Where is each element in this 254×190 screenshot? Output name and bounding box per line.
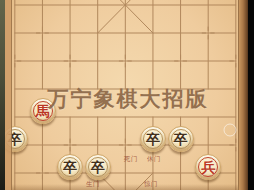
intersection[interactable] — [29, 19, 57, 47]
intersection[interactable] — [84, 47, 112, 75]
intersection[interactable] — [29, 131, 57, 159]
gate-label: 休门 — [147, 155, 161, 164]
intersection[interactable] — [139, 47, 167, 75]
piece-character: 兵 — [201, 160, 215, 174]
intersection[interactable] — [167, 0, 195, 19]
highlight-ring — [224, 124, 237, 137]
intersection[interactable] — [29, 47, 57, 75]
intersection[interactable] — [56, 47, 84, 75]
right-letterbox-strip — [248, 0, 254, 190]
intersection[interactable] — [195, 19, 223, 47]
piece-black-soldier[interactable]: 卒 — [57, 154, 83, 180]
intersection[interactable] — [112, 47, 140, 75]
intersection[interactable] — [112, 0, 140, 19]
intersection[interactable] — [195, 47, 223, 75]
intersection[interactable] — [112, 19, 140, 47]
piece-character: 卒 — [63, 160, 77, 174]
intersection[interactable] — [56, 0, 84, 19]
piece-character: 卒 — [91, 160, 105, 174]
intersection[interactable] — [195, 0, 223, 19]
intersection[interactable] — [84, 0, 112, 19]
intersection[interactable] — [139, 19, 167, 47]
piece-black-soldier[interactable]: 卒 — [140, 126, 166, 152]
piece-black-soldier[interactable]: 卒 — [168, 126, 194, 152]
board-frame-bottom-shade — [0, 184, 254, 190]
watermark-title: 万宁象棋大招版 — [48, 85, 209, 113]
intersection[interactable] — [167, 159, 195, 187]
intersection[interactable] — [56, 19, 84, 47]
intersection[interactable] — [84, 19, 112, 47]
intersection[interactable] — [167, 47, 195, 75]
intersection[interactable] — [29, 0, 57, 19]
xiangqi-app-screen: 馬卒卒卒卒卒兵 万宁象棋大招版 死门休门生门惊门 — [0, 0, 254, 190]
intersection[interactable] — [29, 159, 57, 187]
piece-red-soldier[interactable]: 兵 — [195, 154, 221, 180]
piece-character: 卒 — [174, 132, 188, 146]
gate-label: 死门 — [124, 155, 138, 164]
intersection[interactable] — [167, 19, 195, 47]
piece-character: 卒 — [146, 132, 160, 146]
board-frame-left — [5, 0, 12, 190]
intersection[interactable] — [139, 0, 167, 19]
piece-black-soldier[interactable]: 卒 — [85, 154, 111, 180]
